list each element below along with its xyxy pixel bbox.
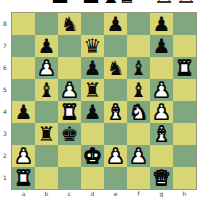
piece-white-pawn-g5[interactable]: ♟ — [150, 79, 173, 101]
piece-black-pawn-e8[interactable]: ♟ — [104, 13, 127, 35]
square-c7[interactable] — [58, 35, 81, 57]
piece-white-knight-f4[interactable]: ♞ — [127, 101, 150, 123]
piece-black-bishop-f6[interactable]: ♝ — [127, 57, 150, 79]
file-label-c: c — [58, 189, 81, 198]
square-f8[interactable] — [127, 13, 150, 35]
piece-black-king-c3[interactable]: ♚ — [58, 123, 81, 145]
square-d6[interactable]: ♟ — [81, 57, 104, 79]
piece-black-knight-c8[interactable]: ♞ — [58, 13, 81, 35]
square-g5[interactable]: ♟ — [150, 79, 173, 101]
rank-label-4: 4 — [0, 101, 10, 123]
square-h3[interactable] — [173, 123, 196, 145]
rank-label-7: 7 — [0, 35, 10, 57]
square-g6[interactable] — [150, 57, 173, 79]
square-a2[interactable]: ♟ — [12, 145, 35, 167]
piece-white-pawn-g4[interactable]: ♟ — [150, 101, 173, 123]
square-d8[interactable] — [81, 13, 104, 35]
square-d3[interactable] — [81, 123, 104, 145]
piece-white-pawn-b6[interactable]: ♟ — [35, 57, 58, 79]
square-f7[interactable] — [127, 35, 150, 57]
piece-white-rook-h6[interactable]: ♜ — [173, 57, 196, 79]
rank-label-3: 3 — [0, 123, 10, 145]
rank-label-1: 1 — [0, 167, 10, 189]
square-d1[interactable] — [81, 167, 104, 189]
file-label-a: a — [12, 189, 35, 198]
square-c1[interactable] — [58, 167, 81, 189]
square-d2[interactable]: ♚ — [81, 145, 104, 167]
square-g4[interactable]: ♟ — [150, 101, 173, 123]
square-c3[interactable]: ♚ — [58, 123, 81, 145]
square-b2[interactable] — [35, 145, 58, 167]
piece-white-rook-c4[interactable]: ♜ — [58, 101, 81, 123]
square-e4[interactable]: ♝ — [104, 101, 127, 123]
file-label-b: b — [35, 189, 58, 198]
square-e1[interactable] — [104, 167, 127, 189]
square-f3[interactable] — [127, 123, 150, 145]
file-label-d: d — [81, 189, 104, 198]
square-c8[interactable]: ♞ — [58, 13, 81, 35]
square-h8[interactable] — [173, 13, 196, 35]
piece-white-queen-g1[interactable]: ♛ — [150, 167, 173, 189]
file-label-e: e — [104, 189, 127, 198]
square-d5[interactable]: ♜ — [81, 79, 104, 101]
piece-black-queen-d7[interactable]: ♛ — [81, 35, 104, 57]
square-b5[interactable]: ♝ — [35, 79, 58, 101]
square-f4[interactable]: ♞ — [127, 101, 150, 123]
square-h6[interactable]: ♜ — [173, 57, 196, 79]
piece-black-rook-b3[interactable]: ♜ — [35, 123, 58, 145]
cropped-pieces-strip: ♟♟♝♛♜♜ — [0, 0, 200, 9]
piece-white-bishop-g3[interactable]: ♝ — [150, 123, 173, 145]
square-e6[interactable]: ♞ — [104, 57, 127, 79]
cropped-piece-0: ♟ — [49, 0, 71, 7]
rank-label-2: 2 — [0, 145, 10, 167]
piece-black-knight-e6[interactable]: ♞ — [104, 57, 127, 79]
square-h1[interactable] — [173, 167, 196, 189]
square-e7[interactable] — [104, 35, 127, 57]
square-b7[interactable]: ♟ — [35, 35, 58, 57]
square-e8[interactable]: ♟ — [104, 13, 127, 35]
cropped-piece-3: ♛ — [116, 0, 138, 7]
piece-white-rook-a1[interactable]: ♜ — [12, 167, 35, 189]
square-f1[interactable] — [127, 167, 150, 189]
square-g7[interactable]: ♟ — [150, 35, 173, 57]
square-a8[interactable] — [12, 13, 35, 35]
square-e3[interactable] — [104, 123, 127, 145]
square-b6[interactable]: ♟ — [35, 57, 58, 79]
piece-white-king-d2[interactable]: ♚ — [81, 145, 104, 167]
square-f6[interactable]: ♝ — [127, 57, 150, 79]
square-a1[interactable]: ♜ — [12, 167, 35, 189]
square-a4[interactable]: ♟ — [12, 101, 35, 123]
square-g8[interactable]: ♟ — [150, 13, 173, 35]
piece-white-pawn-a2[interactable]: ♟ — [12, 145, 35, 167]
square-e5[interactable] — [104, 79, 127, 101]
square-c5[interactable]: ♟ — [58, 79, 81, 101]
piece-black-pawn-b7[interactable]: ♟ — [35, 35, 58, 57]
piece-black-bishop-b5[interactable]: ♝ — [35, 79, 58, 101]
piece-black-rook-d5[interactable]: ♜ — [81, 79, 104, 101]
square-a3[interactable] — [12, 123, 35, 145]
square-d4[interactable]: ♟ — [81, 101, 104, 123]
piece-black-pawn-a4[interactable]: ♟ — [12, 101, 35, 123]
rank-label-5: 5 — [0, 79, 10, 101]
square-b3[interactable]: ♜ — [35, 123, 58, 145]
square-a7[interactable] — [12, 35, 35, 57]
square-c6[interactable] — [58, 57, 81, 79]
file-label-g: g — [150, 189, 173, 198]
square-b4[interactable] — [35, 101, 58, 123]
piece-white-pawn-c5[interactable]: ♟ — [58, 79, 81, 101]
square-h5[interactable] — [173, 79, 196, 101]
square-d7[interactable]: ♛ — [81, 35, 104, 57]
rank-label-6: 6 — [0, 57, 10, 79]
square-g1[interactable]: ♛ — [150, 167, 173, 189]
square-b8[interactable] — [35, 13, 58, 35]
square-a6[interactable] — [12, 57, 35, 79]
cropped-piece-4: ♜ — [153, 0, 175, 7]
piece-white-pawn-e2[interactable]: ♟ — [104, 145, 127, 167]
square-c2[interactable] — [58, 145, 81, 167]
square-h7[interactable] — [173, 35, 196, 57]
piece-black-pawn-d4[interactable]: ♟ — [81, 101, 104, 123]
piece-black-bishop-f5[interactable]: ♝ — [127, 79, 150, 101]
rank-label-8: 8 — [0, 13, 10, 35]
chess-board: ♞♟♟♟♛♟♟♟♞♝♜♝♟♜♝♟♟♜♟♝♞♟♜♚♝♟♚♟♟♜♛ — [12, 13, 196, 189]
piece-black-pawn-d6[interactable]: ♟ — [81, 57, 104, 79]
square-e2[interactable]: ♟ — [104, 145, 127, 167]
square-f2[interactable]: ♟ — [127, 145, 150, 167]
file-label-h: h — [173, 189, 196, 198]
piece-black-pawn-g8[interactable]: ♟ — [150, 13, 173, 35]
square-a5[interactable] — [12, 79, 35, 101]
chess-diagram: ♟♟♝♛♜♜ ♞♟♟♟♛♟♟♟♞♝♜♝♟♜♝♟♟♜♟♝♞♟♜♚♝♟♚♟♟♜♛ 8… — [0, 0, 200, 200]
cropped-piece-5: ♜ — [175, 0, 197, 7]
piece-white-pawn-f2[interactable]: ♟ — [127, 145, 150, 167]
piece-black-pawn-g7[interactable]: ♟ — [150, 35, 173, 57]
piece-white-bishop-e4[interactable]: ♝ — [104, 101, 127, 123]
square-b1[interactable] — [35, 167, 58, 189]
square-c4[interactable]: ♜ — [58, 101, 81, 123]
square-g3[interactable]: ♝ — [150, 123, 173, 145]
square-g2[interactable] — [150, 145, 173, 167]
square-h4[interactable] — [173, 101, 196, 123]
cropped-piece-1: ♟ — [80, 0, 102, 7]
square-h2[interactable] — [173, 145, 196, 167]
file-label-f: f — [127, 189, 150, 198]
square-f5[interactable]: ♝ — [127, 79, 150, 101]
